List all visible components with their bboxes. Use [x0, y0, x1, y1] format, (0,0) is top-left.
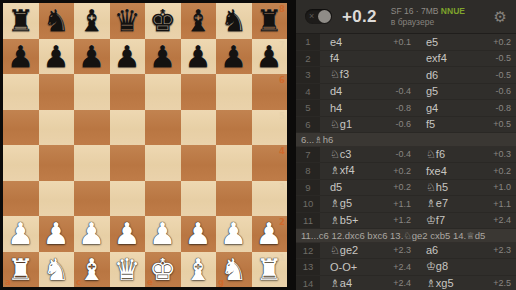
square-e4[interactable] [145, 145, 181, 181]
move-row-2: 2f4exf4-0.5 [296, 51, 516, 68]
piece-white-rook: ♜ [7, 252, 34, 287]
white-move[interactable]: d5 [320, 181, 378, 193]
white-move[interactable]: e4 [320, 36, 378, 48]
move-number: 12 [296, 243, 320, 259]
black-move[interactable]: ♔f7 [416, 214, 474, 227]
rank-label-7: 7 [279, 40, 285, 50]
toggle-knob [318, 10, 331, 23]
black-eval: -0.6 [474, 86, 516, 96]
black-move[interactable]: a6 [416, 244, 474, 256]
file-label-b: b [41, 277, 47, 287]
square-b4[interactable] [39, 145, 75, 181]
rank-label-5: 5 [279, 111, 285, 121]
piece-white-queen: ♛ [114, 252, 141, 287]
square-c6[interactable] [74, 74, 110, 110]
square-e3[interactable] [145, 181, 181, 217]
square-a8[interactable]: ♜ [3, 3, 39, 39]
move-row-4: 4d4-0.4g5-0.6 [296, 84, 516, 101]
move-row-12: 12♘ge2+2.3a6+2.3 [296, 243, 516, 260]
black-move[interactable]: ♔g8 [416, 260, 474, 273]
square-d2[interactable]: ♟ [110, 216, 146, 252]
white-move[interactable]: ♘c3 [320, 148, 378, 161]
square-b7[interactable]: ♟ [39, 39, 75, 75]
white-eval: +0.2 [378, 182, 416, 192]
move-row-10: 10♗g5+1.1♗e7+1.1 [296, 196, 516, 213]
square-c5[interactable] [74, 110, 110, 146]
toggle-off-icon: × [309, 10, 314, 23]
piece-white-king: ♚ [149, 252, 176, 287]
square-h6[interactable]: 6 [252, 74, 288, 110]
black-move[interactable]: e5 [416, 36, 474, 48]
piece-black-king: ♚ [149, 3, 176, 38]
white-eval: +2.4 [378, 262, 416, 272]
variation-line[interactable]: 6...♗h6 [296, 133, 516, 147]
move-list: 1e4+0.1e5+0.22f4exf4-0.53♘f3d6-0.54d4-0.… [296, 34, 516, 290]
square-a6[interactable] [3, 74, 39, 110]
piece-white-pawn: ♟ [185, 216, 212, 251]
black-move[interactable]: ♗e7 [416, 197, 474, 210]
square-g6[interactable] [216, 74, 252, 110]
black-move[interactable]: ♘f6 [416, 148, 474, 161]
white-move[interactable]: ♘f3 [320, 68, 378, 81]
square-h2[interactable]: ♟2 [252, 216, 288, 252]
engine-toggle[interactable]: × [305, 9, 332, 24]
engine-header: × +0.2 SF 16 · 7MB NNUE в браузере ⚙ [296, 0, 516, 34]
file-label-d: d [112, 277, 118, 287]
move-row-1: 1e4+0.1e5+0.2 [296, 34, 516, 51]
piece-white-bishop: ♝ [185, 252, 212, 287]
move-number: 4 [296, 84, 320, 100]
square-d3[interactable] [110, 181, 146, 217]
piece-black-pawn: ♟ [43, 39, 70, 74]
white-move[interactable]: h4 [320, 102, 378, 114]
gear-icon[interactable]: ⚙ [494, 8, 507, 26]
move-number: 10 [296, 196, 320, 212]
square-h7[interactable]: ♟7 [252, 39, 288, 75]
white-move[interactable]: ♗a4 [320, 277, 378, 290]
piece-white-pawn: ♟ [78, 216, 105, 251]
analysis-app: ♜♞♝♛♚♝♞♜8♟♟♟♟♟♟♟♟76543♟♟♟♟♟♟♟♟2♜a♞b♝c♛d♚… [0, 0, 516, 290]
move-number: 6 [296, 117, 320, 133]
white-eval: +0.1 [378, 37, 416, 47]
move-number: 2 [296, 51, 320, 67]
white-eval: -0.8 [378, 103, 416, 113]
file-label-c: c [76, 277, 81, 287]
square-f7[interactable]: ♟ [181, 39, 217, 75]
file-label-h: h [254, 277, 260, 287]
black-eval: +2.4 [474, 215, 516, 225]
nnue-badge: NNUE [441, 6, 465, 16]
square-c8[interactable]: ♝ [74, 3, 110, 39]
white-move[interactable]: f4 [320, 52, 378, 64]
square-c7[interactable]: ♟ [74, 39, 110, 75]
black-move[interactable]: f5 [416, 118, 474, 130]
square-h4[interactable]: 4 [252, 145, 288, 181]
piece-black-queen: ♛ [114, 3, 141, 38]
rank-label-6: 6 [279, 75, 285, 85]
square-h5[interactable]: 5 [252, 110, 288, 146]
square-b3[interactable] [39, 181, 75, 217]
square-d5[interactable] [110, 110, 146, 146]
square-d8[interactable]: ♛ [110, 3, 146, 39]
square-g1[interactable]: ♞g [216, 252, 252, 288]
engine-name: SF 16 · 7MB [391, 6, 439, 16]
square-b6[interactable] [39, 74, 75, 110]
white-eval: +1.2 [378, 215, 416, 225]
piece-black-bishop: ♝ [185, 3, 212, 38]
black-eval: +1.1 [474, 199, 516, 209]
piece-black-rook: ♜ [7, 3, 34, 38]
move-number: 13 [296, 259, 320, 275]
move-number: 14 [296, 276, 320, 290]
piece-black-bishop: ♝ [78, 3, 105, 38]
piece-white-pawn: ♟ [7, 216, 34, 251]
move-number: 7 [296, 147, 320, 163]
move-number: 11 [296, 213, 320, 229]
piece-black-pawn: ♟ [7, 39, 34, 74]
black-eval: -0.5 [474, 70, 516, 80]
rank-label-8: 8 [279, 4, 285, 14]
black-move[interactable]: g4 [416, 102, 474, 114]
variation-line[interactable]: 11...c6 12.dxc6 bxc6 13.♘ge2 cxb5 14.♕d5 [296, 229, 516, 243]
move-row-14: 14♗a4+2.4♗xg5+2.5 [296, 276, 516, 290]
square-g3[interactable] [216, 181, 252, 217]
black-move[interactable]: fxe4 [416, 165, 474, 177]
square-f1[interactable]: ♝f [181, 252, 217, 288]
piece-white-pawn: ♟ [43, 216, 70, 251]
piece-white-knight: ♞ [220, 252, 247, 287]
square-c4[interactable] [74, 145, 110, 181]
square-e7[interactable]: ♟ [145, 39, 181, 75]
square-h1[interactable]: ♜1h [252, 252, 288, 288]
white-eval: -0.4 [378, 86, 416, 96]
rank-label-3: 3 [279, 182, 285, 192]
white-move[interactable]: O-O+ [320, 261, 378, 273]
square-e8[interactable]: ♚ [145, 3, 181, 39]
piece-black-knight: ♞ [220, 3, 247, 38]
piece-white-knight: ♞ [43, 252, 70, 287]
square-e2[interactable]: ♟ [145, 216, 181, 252]
rank-label-4: 4 [279, 146, 285, 156]
piece-white-bishop: ♝ [78, 252, 105, 287]
black-move[interactable]: ♗xg5 [416, 277, 474, 290]
file-label-a: a [5, 277, 11, 287]
square-b2[interactable]: ♟ [39, 216, 75, 252]
black-eval: +0.5 [474, 119, 516, 129]
white-move[interactable]: ♗xf4 [320, 164, 378, 177]
square-g8[interactable]: ♞ [216, 3, 252, 39]
chess-board[interactable]: ♜♞♝♛♚♝♞♜8♟♟♟♟♟♟♟♟76543♟♟♟♟♟♟♟♟2♜a♞b♝c♛d♚… [3, 3, 287, 287]
white-move[interactable]: ♘ge2 [320, 244, 378, 257]
move-number: 5 [296, 100, 320, 116]
square-b1[interactable]: ♞b [39, 252, 75, 288]
piece-black-pawn: ♟ [220, 39, 247, 74]
black-eval: +0.2 [474, 166, 516, 176]
rank-label-2: 2 [279, 217, 285, 227]
square-e1[interactable]: ♚e [145, 252, 181, 288]
black-eval: +2.5 [474, 278, 516, 288]
square-f2[interactable]: ♟ [181, 216, 217, 252]
move-row-9: 9d5+0.2♘h5+1.0 [296, 180, 516, 197]
piece-black-knight: ♞ [43, 3, 70, 38]
file-label-g: g [218, 277, 224, 287]
square-a3[interactable] [3, 181, 39, 217]
square-g7[interactable]: ♟ [216, 39, 252, 75]
white-eval: -0.4 [378, 149, 416, 159]
square-f5[interactable] [181, 110, 217, 146]
rank-label-1: 1 [279, 253, 285, 263]
black-eval: +2.3 [474, 245, 516, 255]
black-move[interactable]: exf4 [416, 52, 474, 64]
move-row-13: 13O-O++2.4♔g8 [296, 259, 516, 276]
piece-black-pawn: ♟ [185, 39, 212, 74]
square-g2[interactable]: ♟ [216, 216, 252, 252]
engine-panel: × +0.2 SF 16 · 7MB NNUE в браузере ⚙ 1e4… [296, 0, 516, 290]
white-eval: +2.4 [378, 278, 416, 288]
square-g4[interactable] [216, 145, 252, 181]
move-number: 8 [296, 163, 320, 179]
white-move[interactable]: d4 [320, 85, 378, 97]
move-number: 9 [296, 180, 320, 196]
white-eval: +1.1 [378, 199, 416, 209]
move-row-8: 8♗xf4+0.2fxe4+0.2 [296, 163, 516, 180]
square-c1[interactable]: ♝c [74, 252, 110, 288]
square-a7[interactable]: ♟ [3, 39, 39, 75]
white-eval: +0.2 [378, 166, 416, 176]
square-a4[interactable] [3, 145, 39, 181]
square-e6[interactable] [145, 74, 181, 110]
piece-white-pawn: ♟ [149, 216, 176, 251]
square-c2[interactable]: ♟ [74, 216, 110, 252]
piece-white-pawn: ♟ [220, 216, 247, 251]
square-d1[interactable]: ♛d [110, 252, 146, 288]
square-g5[interactable] [216, 110, 252, 146]
black-eval: +1.0 [474, 182, 516, 192]
square-d4[interactable] [110, 145, 146, 181]
move-row-11: 11♗b5++1.2♔f7+2.4 [296, 213, 516, 230]
square-a2[interactable]: ♟ [3, 216, 39, 252]
square-f8[interactable]: ♝ [181, 3, 217, 39]
square-f4[interactable] [181, 145, 217, 181]
move-row-5: 5h4-0.8g4-0.8 [296, 100, 516, 117]
square-a1[interactable]: ♜a [3, 252, 39, 288]
square-c3[interactable] [74, 181, 110, 217]
white-move[interactable]: ♘g1 [320, 118, 378, 131]
piece-black-pawn: ♟ [114, 39, 141, 74]
square-f3[interactable] [181, 181, 217, 217]
black-eval: +0.3 [474, 149, 516, 159]
move-number: 3 [296, 67, 320, 83]
file-label-f: f [183, 277, 187, 287]
board-area: ♜♞♝♛♚♝♞♜8♟♟♟♟♟♟♟♟76543♟♟♟♟♟♟♟♟2♜a♞b♝c♛d♚… [0, 0, 296, 290]
move-row-7: 7♘c3-0.4♘f6+0.3 [296, 147, 516, 164]
file-label-e: e [147, 277, 153, 287]
engine-info: SF 16 · 7MB NNUE в браузере [391, 6, 465, 28]
black-eval: -0.8 [474, 103, 516, 113]
square-d7[interactable]: ♟ [110, 39, 146, 75]
square-b8[interactable]: ♞ [39, 3, 75, 39]
move-row-6: 6♘g1-0.6f5+0.5 [296, 117, 516, 134]
white-move[interactable]: ♗g5 [320, 197, 378, 210]
engine-subtitle: в браузере [391, 17, 465, 28]
black-move[interactable]: d6 [416, 69, 474, 81]
square-h8[interactable]: ♜8 [252, 3, 288, 39]
piece-white-pawn: ♟ [114, 216, 141, 251]
black-move[interactable]: g5 [416, 85, 474, 97]
white-eval: -0.6 [378, 119, 416, 129]
black-eval: -0.5 [474, 53, 516, 63]
square-e5[interactable] [145, 110, 181, 146]
white-move[interactable]: ♗b5+ [320, 214, 378, 227]
move-row-3: 3♘f3d6-0.5 [296, 67, 516, 84]
black-move[interactable]: ♘h5 [416, 181, 474, 194]
square-f6[interactable] [181, 74, 217, 110]
move-number: 1 [296, 34, 320, 50]
piece-black-pawn: ♟ [149, 39, 176, 74]
white-eval: +2.3 [378, 245, 416, 255]
evaluation-score: +0.2 [342, 7, 377, 27]
square-a5[interactable] [3, 110, 39, 146]
piece-black-pawn: ♟ [78, 39, 105, 74]
square-b5[interactable] [39, 110, 75, 146]
black-eval: +0.2 [474, 37, 516, 47]
square-h3[interactable]: 3 [252, 181, 288, 217]
square-d6[interactable] [110, 74, 146, 110]
